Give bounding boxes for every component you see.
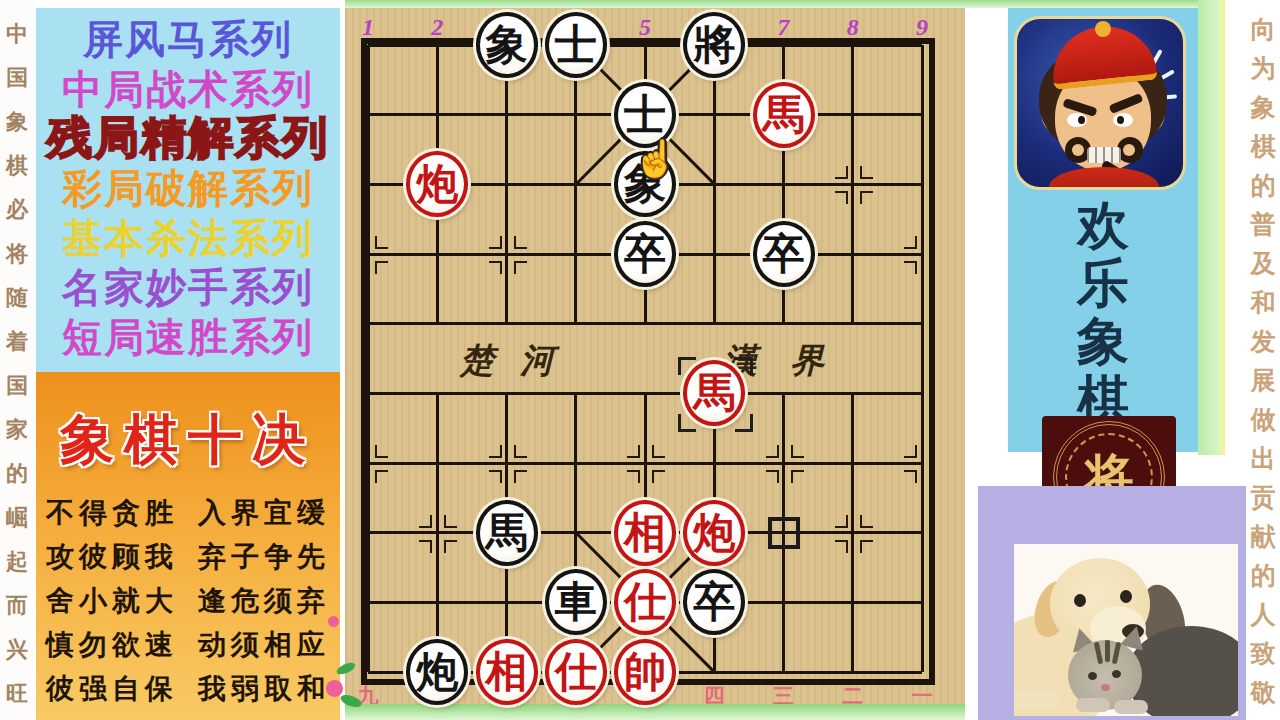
black-piece-象[interactable]: 象 xyxy=(476,12,538,78)
piece-character: 相 xyxy=(486,644,528,700)
right-slogan-char: 致 xyxy=(1246,634,1280,673)
hat-knob xyxy=(1095,21,1111,37)
piece-character: 象 xyxy=(486,17,528,73)
star-point-marker xyxy=(860,540,873,553)
piece-character: 仕 xyxy=(624,574,666,630)
file-label-top: 8 xyxy=(833,14,873,41)
right-slogan-char: 贡 xyxy=(1246,478,1280,517)
file-label-top: 9 xyxy=(902,14,942,41)
piece-character: 相 xyxy=(624,505,666,561)
piece-character: 馬 xyxy=(486,505,528,561)
maxim-row: 不得贪胜入界宜缓 xyxy=(36,491,340,535)
decalogue-panel: 象棋十决 不得贪胜入界宜缓攻彼顾我弃子争先舍小就大逢危须弃慎勿欲速动须相应彼强自… xyxy=(36,372,340,720)
star-point-marker xyxy=(860,515,873,528)
star-point-marker xyxy=(835,166,848,179)
left-slogan-char: 崛 xyxy=(0,496,34,540)
star-point-marker xyxy=(652,445,665,458)
kitten-eye xyxy=(1088,672,1097,680)
star-point-marker xyxy=(766,445,779,458)
star-point-marker xyxy=(375,261,388,274)
decalogue-title: 象棋十决 xyxy=(36,404,340,477)
left-slogan-char: 而 xyxy=(0,584,34,628)
maxim-row: 彼强自保我弱取和 xyxy=(36,667,340,711)
right-slogan-char: 献 xyxy=(1246,517,1280,556)
left-slogan-char: 家 xyxy=(0,408,34,452)
star-point-marker xyxy=(514,261,527,274)
star-point-marker xyxy=(489,470,502,483)
kitten-nose xyxy=(1101,684,1110,691)
series-item[interactable]: 名家妙手系列 xyxy=(36,264,340,310)
xiangqi-board[interactable]: 楚河漢界123456789九八七六五四三二一象士將士象卒卒馬車卒炮馬炮馬相炮仕相… xyxy=(345,0,965,720)
maxim-row: 慎勿欲速动须相应 xyxy=(36,623,340,667)
kitten-paw xyxy=(1114,700,1148,714)
series-item[interactable]: 彩局破解系列 xyxy=(36,165,340,211)
maxim-text: 逢危须弃 xyxy=(195,582,333,620)
app-title-char: 欢 xyxy=(1008,196,1198,254)
black-piece-炮[interactable]: 炮 xyxy=(406,639,468,705)
left-slogan-char: 随 xyxy=(0,276,34,320)
app-logo-icon[interactable] xyxy=(1014,16,1186,190)
kitten-stripe xyxy=(1105,640,1110,662)
right-slogan-char: 和 xyxy=(1246,283,1280,322)
black-piece-馬[interactable]: 馬 xyxy=(476,500,538,566)
star-point-marker xyxy=(904,445,917,458)
maxim-text: 慎勿欲速 xyxy=(43,626,181,664)
star-point-marker xyxy=(489,445,502,458)
black-piece-將[interactable]: 將 xyxy=(683,12,745,78)
star-point-marker xyxy=(766,470,779,483)
left-slogan-char: 棋 xyxy=(0,144,34,188)
maxim-text: 舍小就大 xyxy=(43,582,181,620)
maxim-text: 不得贪胜 xyxy=(43,494,181,532)
top-green-bar xyxy=(345,0,1213,8)
star-point-marker xyxy=(835,540,848,553)
left-slogan-char: 国 xyxy=(0,364,34,408)
star-point-marker xyxy=(835,515,848,528)
file-label-top: 2 xyxy=(417,14,457,41)
maxim-text: 彼强自保 xyxy=(43,670,181,708)
maxim-text: 弃子争先 xyxy=(195,538,333,576)
decalogue-maxims: 不得贪胜入界宜缓攻彼顾我弃子争先舍小就大逢危须弃慎勿欲速动须相应彼强自保我弱取和 xyxy=(36,491,340,711)
cartoon-eye xyxy=(1067,113,1087,127)
right-slogan-char: 做 xyxy=(1246,400,1280,439)
left-slogan-char: 的 xyxy=(0,452,34,496)
star-point-marker xyxy=(489,261,502,274)
right-slogan-char: 棋 xyxy=(1246,127,1280,166)
star-point-marker xyxy=(375,236,388,249)
star-point-marker xyxy=(489,236,502,249)
piece-character: 帥 xyxy=(624,644,666,700)
piece-character: 士 xyxy=(624,87,666,143)
star-point-marker xyxy=(514,470,527,483)
flower-decoration xyxy=(328,616,339,627)
star-point-marker xyxy=(791,445,804,458)
right-slogan-char: 为 xyxy=(1246,49,1280,88)
right-slogan-char: 的 xyxy=(1246,556,1280,595)
series-item[interactable]: 中局战术系列 xyxy=(36,66,340,112)
maxim-row: 攻彼顾我弃子争先 xyxy=(36,535,340,579)
right-green-strip xyxy=(1198,0,1225,455)
black-piece-卒[interactable]: 卒 xyxy=(614,221,676,287)
left-slogan-char: 国 xyxy=(0,56,34,100)
red-piece-相[interactable]: 相 xyxy=(614,500,676,566)
piece-character: 將 xyxy=(693,17,735,73)
star-point-marker xyxy=(375,470,388,483)
star-point-marker xyxy=(791,470,804,483)
piece-character: 炮 xyxy=(693,505,735,561)
right-slogan-char: 象 xyxy=(1246,88,1280,127)
maxim-text: 攻彼顾我 xyxy=(43,538,181,576)
left-slogan-char: 将 xyxy=(0,232,34,276)
red-piece-炮[interactable]: 炮 xyxy=(683,500,745,566)
star-point-marker xyxy=(514,236,527,249)
flower-decoration xyxy=(326,680,343,697)
last-move-from-marker xyxy=(768,517,800,549)
star-point-marker xyxy=(419,515,432,528)
black-piece-車[interactable]: 車 xyxy=(545,569,607,635)
last-move-to-marker xyxy=(735,414,753,432)
kitten-paw xyxy=(1076,698,1110,712)
right-slogan-char: 敬 xyxy=(1246,673,1280,712)
red-piece-相[interactable]: 相 xyxy=(476,639,538,705)
right-slogan-char: 及 xyxy=(1246,244,1280,283)
right-slogan-char: 展 xyxy=(1246,361,1280,400)
black-piece-卒[interactable]: 卒 xyxy=(753,221,815,287)
river-text: 界 xyxy=(790,338,824,384)
right-slogan-char: 普 xyxy=(1246,205,1280,244)
cartoon-eye xyxy=(1113,113,1133,127)
right-margin-vertical-text: 向为象棋的普及和发展做出贡献的人致敬 xyxy=(1246,0,1280,720)
star-point-marker xyxy=(860,191,873,204)
star-point-marker xyxy=(835,191,848,204)
black-piece-士[interactable]: 士 xyxy=(545,12,607,78)
cartoon-robe xyxy=(1049,167,1159,190)
star-point-marker xyxy=(444,515,457,528)
maxim-text: 入界宜缓 xyxy=(195,494,333,532)
river-text: 河 xyxy=(520,338,554,384)
piece-character: 馬 xyxy=(693,365,735,421)
bottom-green-bar xyxy=(345,704,965,720)
red-piece-馬[interactable]: 馬 xyxy=(753,82,815,148)
left-slogan-char: 起 xyxy=(0,540,34,584)
puppy-kitten-photo xyxy=(1014,544,1238,716)
red-piece-仕[interactable]: 仕 xyxy=(614,569,676,635)
maxim-row: 舍小就大逢危须弃 xyxy=(36,579,340,623)
app-title-char: 乐 xyxy=(1008,254,1198,312)
left-slogan-char: 象 xyxy=(0,100,34,144)
left-slogan-char: 着 xyxy=(0,320,34,364)
puppy-paw xyxy=(1014,690,1060,710)
left-slogan-char: 必 xyxy=(0,188,34,232)
star-point-marker xyxy=(860,166,873,179)
star-point-marker xyxy=(652,470,665,483)
river-text: 楚 xyxy=(460,338,494,384)
series-list-panel: 屏风马系列中局战术系列残局精解系列彩局破解系列基本杀法系列名家妙手系列短局速胜系… xyxy=(36,8,340,372)
red-piece-帥[interactable]: 帥 xyxy=(614,639,676,705)
right-slogan-char: 人 xyxy=(1246,595,1280,634)
right-slogan-char: 发 xyxy=(1246,322,1280,361)
series-item[interactable]: 基本杀法系列 xyxy=(36,215,340,261)
star-point-marker xyxy=(444,540,457,553)
star-point-marker xyxy=(514,445,527,458)
left-slogan-char: 旺 xyxy=(0,672,34,716)
file-label-top: 5 xyxy=(625,14,665,41)
left-slogan-char: 中 xyxy=(0,12,34,56)
piece-character: 炮 xyxy=(416,156,458,212)
piece-character: 仕 xyxy=(555,644,597,700)
star-point-marker xyxy=(627,445,640,458)
red-piece-仕[interactable]: 仕 xyxy=(545,639,607,705)
piece-character: 卒 xyxy=(693,574,735,630)
puppy-eye xyxy=(1120,590,1132,603)
maxim-text: 动须相应 xyxy=(195,626,333,664)
kitten-eye xyxy=(1112,670,1121,678)
piece-character: 車 xyxy=(555,574,597,630)
app-title-char: 象 xyxy=(1008,312,1198,370)
right-slogan-char: 出 xyxy=(1246,439,1280,478)
piece-character: 馬 xyxy=(763,87,805,143)
right-slogan-char: 的 xyxy=(1246,166,1280,205)
star-point-marker xyxy=(419,540,432,553)
puppy-eye xyxy=(1074,594,1086,607)
file-label-top: 7 xyxy=(764,14,804,41)
star-point-marker xyxy=(627,470,640,483)
star-point-marker xyxy=(904,236,917,249)
piece-character: 卒 xyxy=(763,226,805,282)
series-item[interactable]: 屏风马系列 xyxy=(36,16,340,62)
hand-cursor-icon: ☝ xyxy=(633,138,678,180)
piece-character: 士 xyxy=(555,17,597,73)
left-margin-vertical-text: 中国象棋必将随着国家的崛起而兴旺 xyxy=(0,0,34,720)
piece-character: 炮 xyxy=(416,644,458,700)
star-point-marker xyxy=(904,470,917,483)
star-point-marker xyxy=(375,445,388,458)
left-slogan-char: 兴 xyxy=(0,628,34,672)
piece-character: 卒 xyxy=(624,226,666,282)
right-slogan-char: 向 xyxy=(1246,10,1280,49)
series-item[interactable]: 短局速胜系列 xyxy=(36,314,340,360)
maxim-text: 我弱取和 xyxy=(195,670,333,708)
app-title-vertical: 欢乐象棋 xyxy=(1008,196,1198,428)
series-item[interactable]: 残局精解系列 xyxy=(36,115,340,161)
star-point-marker xyxy=(904,261,917,274)
file-label-top: 1 xyxy=(348,14,388,41)
